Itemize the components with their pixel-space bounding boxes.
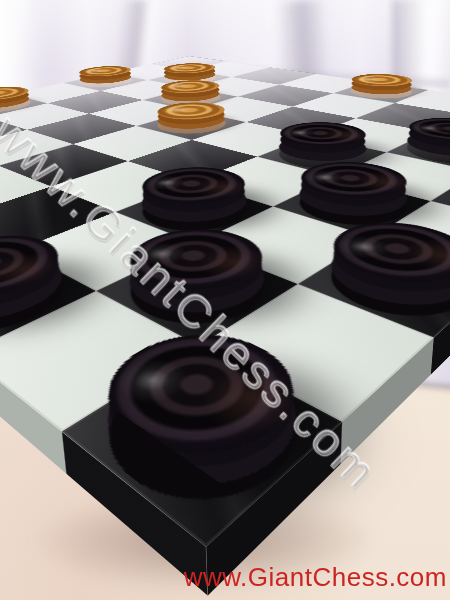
site-caption: www.GiantChess.com — [184, 562, 447, 593]
board-scene: ⛀⛀⛀⛀⛀⛀⛀⛂⛂⛂⛂⛂⛂⛂⛂⛂⛂ — [0, 0, 450, 600]
square-r7c0: ⛂ — [62, 346, 342, 547]
checkers-board: ⛀⛀⛀⛀⛀⛀⛀⛂⛂⛂⛂⛂⛂⛂⛂⛂⛂ — [0, 56, 450, 546]
black-checker: ⛂ — [387, 132, 450, 172]
square-r6c5: ⛂ — [387, 132, 450, 172]
black-checker: ⛂ — [62, 346, 342, 547]
photo-frame: ⛀⛀⛀⛀⛀⛀⛀⛂⛂⛂⛂⛂⛂⛂⛂⛂⛂ www.GiantChess.com www… — [0, 0, 450, 600]
